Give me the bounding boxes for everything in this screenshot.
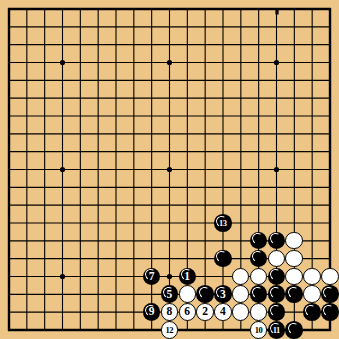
stone-white[interactable] <box>285 268 302 285</box>
stone-black[interactable] <box>250 232 267 249</box>
move-number: 12 <box>166 325 174 334</box>
move-number: 5 <box>166 288 172 300</box>
stone-black[interactable] <box>214 250 231 267</box>
stone-black[interactable]: 7 <box>143 268 160 285</box>
stone-white[interactable] <box>268 250 285 267</box>
move-number: 6 <box>184 306 190 318</box>
stone-white[interactable]: 4 <box>214 303 231 320</box>
stone-black[interactable] <box>303 303 320 320</box>
stone-white[interactable] <box>232 285 249 302</box>
move-number: 8 <box>166 306 172 318</box>
stone-black[interactable]: 1 <box>179 268 196 285</box>
stone-white[interactable] <box>285 250 302 267</box>
move-number: 7 <box>149 270 155 282</box>
stone-black[interactable] <box>268 303 285 320</box>
go-board[interactable]: 13715398624121011 <box>0 0 339 339</box>
stone-white[interactable] <box>250 303 267 320</box>
stone-white[interactable]: 8 <box>161 303 178 320</box>
stone-white[interactable] <box>179 285 196 302</box>
move-number: 4 <box>220 306 226 318</box>
stone-white[interactable]: 6 <box>179 303 196 320</box>
stone-white[interactable]: 12 <box>161 321 178 338</box>
stone-black[interactable] <box>321 285 338 302</box>
stone-white[interactable] <box>232 303 249 320</box>
move-number: 11 <box>273 325 280 334</box>
move-number: 10 <box>255 325 263 334</box>
stone-black[interactable] <box>268 268 285 285</box>
stone-white[interactable] <box>303 285 320 302</box>
move-number: 3 <box>220 288 226 300</box>
stone-black[interactable] <box>268 232 285 249</box>
stone-black[interactable]: 9 <box>143 303 160 320</box>
stone-black[interactable]: 3 <box>214 285 231 302</box>
stone-white[interactable]: 2 <box>196 303 213 320</box>
stone-white[interactable] <box>321 268 338 285</box>
stone-black[interactable]: 13 <box>214 214 231 231</box>
stone-white[interactable] <box>303 268 320 285</box>
stone-black[interactable] <box>321 303 338 320</box>
stone-black[interactable] <box>250 250 267 267</box>
stone-black[interactable]: 11 <box>268 321 285 338</box>
move-number: 2 <box>202 306 208 318</box>
stone-black[interactable] <box>285 321 302 338</box>
move-number: 1 <box>184 270 190 282</box>
stone-black[interactable] <box>268 285 285 302</box>
stone-white[interactable] <box>285 232 302 249</box>
move-number: 13 <box>219 218 227 227</box>
stones-layer: 13715398624121011 <box>0 0 339 339</box>
stone-black[interactable]: 5 <box>161 285 178 302</box>
stone-black[interactable] <box>250 285 267 302</box>
stone-black[interactable] <box>285 285 302 302</box>
stone-white[interactable] <box>232 268 249 285</box>
stone-white[interactable] <box>250 268 267 285</box>
move-number: 9 <box>149 306 155 318</box>
stone-black[interactable] <box>196 285 213 302</box>
stone-white[interactable]: 10 <box>250 321 267 338</box>
